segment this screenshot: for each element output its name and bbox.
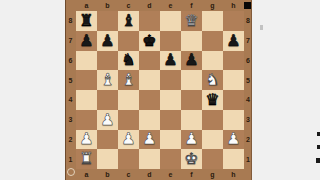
square-g3[interactable]: [202, 110, 223, 130]
square-d5[interactable]: [139, 70, 160, 90]
rank-label-6: 6: [65, 51, 76, 71]
square-d7[interactable]: ♚: [139, 31, 160, 51]
square-b4[interactable]: [97, 90, 118, 110]
square-f8[interactable]: ♛: [181, 11, 202, 31]
piece-black-rook[interactable]: ♜: [79, 12, 93, 28]
square-b5[interactable]: ♝: [97, 70, 118, 90]
piece-white-knight[interactable]: ♞: [205, 72, 219, 88]
square-g8[interactable]: [202, 11, 223, 31]
square-c8[interactable]: ♝: [118, 11, 139, 31]
square-e3[interactable]: [160, 110, 181, 130]
square-f1[interactable]: ♚: [181, 149, 202, 169]
piece-white-king[interactable]: ♚: [184, 151, 198, 167]
square-f3[interactable]: [181, 110, 202, 130]
square-a6[interactable]: [76, 51, 97, 71]
piece-black-pawn[interactable]: ♟: [79, 32, 93, 48]
file-label-h: h: [223, 169, 244, 180]
square-d1[interactable]: [139, 149, 160, 169]
square-b3[interactable]: ♟: [97, 110, 118, 130]
square-c1[interactable]: [118, 149, 139, 169]
square-d3[interactable]: [139, 110, 160, 130]
file-label-b: b: [97, 0, 118, 11]
square-g2[interactable]: [202, 130, 223, 150]
square-f7[interactable]: [181, 31, 202, 51]
rank-label-2: 2: [65, 130, 76, 150]
rank-label-4: 4: [65, 90, 76, 110]
square-h7[interactable]: ♟: [223, 31, 244, 51]
square-b8[interactable]: [97, 11, 118, 31]
file-labels-top: abcdefgh: [76, 0, 244, 11]
piece-black-pawn[interactable]: ♟: [163, 52, 177, 68]
piece-black-pawn[interactable]: ♟: [100, 32, 114, 48]
piece-white-pawn[interactable]: ♟: [121, 131, 135, 147]
square-a5[interactable]: [76, 70, 97, 90]
rank-label-5: 5: [65, 70, 76, 90]
board-squares: ♜♝♛♟♟♚♟♞♟♟♝♝♞♛♟♟♟♟♟♟♜♚: [76, 11, 244, 169]
square-e6[interactable]: ♟: [160, 51, 181, 71]
square-g4[interactable]: ♛: [202, 90, 223, 110]
rank-label-7: 7: [244, 31, 252, 51]
square-a3[interactable]: [76, 110, 97, 130]
piece-white-queen[interactable]: ♛: [184, 12, 198, 28]
piece-white-bishop[interactable]: ♝: [100, 72, 114, 88]
square-f2[interactable]: ♟: [181, 130, 202, 150]
rank-label-7: 7: [65, 31, 76, 51]
square-h5[interactable]: [223, 70, 244, 90]
screen-edge-artifact: [316, 158, 320, 163]
square-e4[interactable]: [160, 90, 181, 110]
rank-labels-right: 87654321: [244, 11, 252, 169]
square-c4[interactable]: [118, 90, 139, 110]
square-f5[interactable]: [181, 70, 202, 90]
piece-white-bishop[interactable]: ♝: [121, 72, 135, 88]
piece-white-pawn[interactable]: ♟: [79, 131, 93, 147]
square-d6[interactable]: [139, 51, 160, 71]
square-g6[interactable]: [202, 51, 223, 71]
square-c5[interactable]: ♝: [118, 70, 139, 90]
file-label-a: a: [76, 169, 97, 180]
square-a4[interactable]: [76, 90, 97, 110]
square-h1[interactable]: [223, 149, 244, 169]
piece-black-queen[interactable]: ♛: [205, 91, 219, 107]
square-b2[interactable]: [97, 130, 118, 150]
square-a2[interactable]: ♟: [76, 130, 97, 150]
square-f6[interactable]: ♟: [181, 51, 202, 71]
file-label-c: c: [118, 0, 139, 11]
square-e8[interactable]: [160, 11, 181, 31]
square-e1[interactable]: [160, 149, 181, 169]
file-label-b: b: [97, 169, 118, 180]
square-h6[interactable]: [223, 51, 244, 71]
file-label-a: a: [76, 0, 97, 11]
square-c7[interactable]: [118, 31, 139, 51]
file-label-d: d: [139, 0, 160, 11]
piece-black-pawn[interactable]: ♟: [226, 32, 240, 48]
rank-label-4: 4: [244, 90, 252, 110]
file-labels-bottom: abcdefgh: [76, 169, 244, 180]
file-label-h: h: [223, 0, 244, 11]
square-h8[interactable]: [223, 11, 244, 31]
file-label-f: f: [181, 169, 202, 180]
rank-label-8: 8: [244, 11, 252, 31]
square-b7[interactable]: ♟: [97, 31, 118, 51]
square-b1[interactable]: [97, 149, 118, 169]
square-a8[interactable]: ♜: [76, 11, 97, 31]
square-h2[interactable]: ♟: [223, 130, 244, 150]
piece-white-pawn[interactable]: ♟: [226, 131, 240, 147]
square-c6[interactable]: ♞: [118, 51, 139, 71]
chess-board: abcdefgh abcdefgh 87654321 87654321 ♜♝♛♟…: [65, 0, 252, 180]
circle-icon: [67, 168, 75, 176]
piece-black-knight[interactable]: ♞: [121, 52, 135, 68]
square-b6[interactable]: [97, 51, 118, 71]
rank-label-8: 8: [65, 11, 76, 31]
cursor-artifact: [260, 25, 263, 30]
square-e7[interactable]: [160, 31, 181, 51]
file-label-g: g: [202, 169, 223, 180]
piece-black-pawn[interactable]: ♟: [184, 52, 198, 68]
piece-black-bishop[interactable]: ♝: [121, 12, 135, 28]
square-d8[interactable]: [139, 11, 160, 31]
piece-black-king[interactable]: ♚: [142, 32, 156, 48]
rank-label-1: 1: [65, 149, 76, 169]
piece-white-pawn[interactable]: ♟: [142, 131, 156, 147]
rank-label-3: 3: [65, 110, 76, 130]
square-c2[interactable]: ♟: [118, 130, 139, 150]
square-h4[interactable]: [223, 90, 244, 110]
rank-label-5: 5: [244, 70, 252, 90]
app-window: abcdefgh abcdefgh 87654321 87654321 ♜♝♛♟…: [0, 0, 320, 180]
rank-label-6: 6: [244, 51, 252, 71]
file-label-f: f: [181, 0, 202, 11]
square-g1[interactable]: [202, 149, 223, 169]
piece-white-pawn[interactable]: ♟: [100, 111, 114, 127]
rank-label-1: 1: [244, 149, 252, 169]
square-f4[interactable]: [181, 90, 202, 110]
square-a7[interactable]: ♟: [76, 31, 97, 51]
piece-white-pawn[interactable]: ♟: [184, 131, 198, 147]
square-d4[interactable]: [139, 90, 160, 110]
rank-label-2: 2: [244, 130, 252, 150]
square-e5[interactable]: [160, 70, 181, 90]
square-g5[interactable]: ♞: [202, 70, 223, 90]
square-h3[interactable]: [223, 110, 244, 130]
square-e2[interactable]: [160, 130, 181, 150]
rank-label-3: 3: [244, 110, 252, 130]
square-c3[interactable]: [118, 110, 139, 130]
rank-labels-left: 87654321: [65, 11, 76, 169]
square-g7[interactable]: [202, 31, 223, 51]
piece-white-rook[interactable]: ♜: [79, 151, 93, 167]
square-a1[interactable]: ♜: [76, 149, 97, 169]
corner-black-square: [244, 2, 251, 9]
file-label-e: e: [160, 169, 181, 180]
file-label-g: g: [202, 0, 223, 11]
file-label-d: d: [139, 169, 160, 180]
file-label-e: e: [160, 0, 181, 11]
square-d2[interactable]: ♟: [139, 130, 160, 150]
file-label-c: c: [118, 169, 139, 180]
